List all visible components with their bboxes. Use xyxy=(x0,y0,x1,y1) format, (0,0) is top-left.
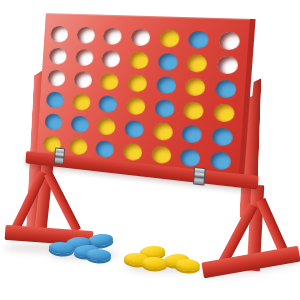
blue-disc-in-hole xyxy=(212,127,234,146)
cell-r2c2 xyxy=(70,46,98,70)
empty-hole xyxy=(101,50,120,68)
yellow-disc-in-hole xyxy=(129,51,149,69)
cell-r4c7 xyxy=(208,100,241,126)
blue-disc-in-hole xyxy=(98,95,117,113)
cell-r1c1 xyxy=(46,23,73,46)
blue-disc-in-hole xyxy=(46,91,64,109)
cell-r4c1 xyxy=(41,88,68,112)
left-trestle-brace xyxy=(44,171,81,232)
blue-disc-in-hole xyxy=(124,120,144,139)
empty-hole xyxy=(103,28,122,45)
cell-r3c3 xyxy=(95,69,124,93)
cell-r2c3 xyxy=(97,47,126,71)
empty-hole xyxy=(73,71,92,89)
empty-hole xyxy=(217,56,239,75)
empty-hole xyxy=(47,69,65,86)
cell-r1c7 xyxy=(213,28,246,53)
cell-r3c4 xyxy=(123,71,153,96)
blue-disc-in-hole xyxy=(154,99,174,118)
cell-r4c5 xyxy=(149,96,180,121)
cell-r4c3 xyxy=(94,92,123,117)
metal-latch xyxy=(193,167,206,186)
blue-disc-in-hole xyxy=(70,115,89,133)
blue-disc-in-hole xyxy=(210,151,232,171)
yellow-disc-in-hole xyxy=(69,137,88,155)
cell-r4c6 xyxy=(178,98,210,124)
cell-r5c4 xyxy=(119,117,149,142)
yellow-disc-in-hole xyxy=(159,30,180,48)
cell-r1c5 xyxy=(154,26,185,51)
cell-r5c5 xyxy=(148,119,179,145)
yellow-disc-in-hole xyxy=(72,93,91,111)
empty-hole xyxy=(49,48,67,65)
blue-disc-in-hole xyxy=(95,140,114,158)
blue-disc-in-hole xyxy=(182,125,203,144)
yellow-disc-in-hole xyxy=(151,145,171,164)
cell-r1c4 xyxy=(126,25,156,49)
cell-r1c3 xyxy=(98,24,127,48)
yellow-disc-in-hole xyxy=(187,54,208,73)
empty-hole xyxy=(76,27,95,44)
yellow-disc-in-hole xyxy=(123,143,143,162)
cell-r3c5 xyxy=(151,73,182,98)
yellow-disc-in-hole xyxy=(126,97,146,115)
yellow-disc-in-hole xyxy=(100,73,119,91)
cell-r5c1 xyxy=(40,110,67,134)
cell-r4c4 xyxy=(121,94,151,119)
yellow-disc-in-hole xyxy=(185,78,206,97)
cell-r2c7 xyxy=(211,52,244,78)
empty-hole xyxy=(219,32,241,51)
cell-r2c6 xyxy=(181,51,213,76)
empty-hole xyxy=(75,49,94,66)
cell-r5c7 xyxy=(206,124,239,151)
blue-disc-in-hole xyxy=(188,31,209,49)
cell-r2c5 xyxy=(152,50,183,75)
cell-r5c3 xyxy=(92,114,121,139)
board-grid xyxy=(38,23,246,175)
yellow-disc-in-hole xyxy=(213,103,235,122)
cell-r1c2 xyxy=(72,24,100,47)
yellow-disc-in-hole xyxy=(97,118,116,136)
cell-r5c2 xyxy=(66,112,94,137)
cell-r3c6 xyxy=(180,74,212,100)
connect-four-board xyxy=(36,13,256,186)
cell-r2c1 xyxy=(44,45,71,68)
yellow-disc-in-hole xyxy=(127,74,147,92)
empty-hole xyxy=(131,29,151,47)
cell-r4c2 xyxy=(67,90,95,114)
cell-r3c7 xyxy=(210,76,243,102)
product-photo-scene xyxy=(0,0,300,300)
blue-disc-in-hole xyxy=(215,80,237,99)
cell-r1c6 xyxy=(183,27,215,52)
yellow-disc-in-hole xyxy=(153,122,173,141)
blue-disc-in-hole xyxy=(157,53,177,71)
metal-latch xyxy=(54,147,65,164)
cell-r3c1 xyxy=(43,66,70,90)
cell-r3c2 xyxy=(69,68,97,92)
empty-hole xyxy=(50,26,68,43)
blue-disc-in-hole xyxy=(180,148,201,167)
blue-disc-in-hole xyxy=(156,76,176,94)
cell-r5c6 xyxy=(177,121,209,147)
cell-r2c4 xyxy=(124,48,154,72)
yellow-disc-in-hole xyxy=(183,101,204,120)
blue-disc-in-hole xyxy=(44,113,62,131)
